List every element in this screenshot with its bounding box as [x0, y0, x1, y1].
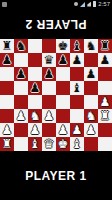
square-g7[interactable] [84, 53, 98, 67]
square-b8[interactable]: ♞ [14, 39, 28, 53]
piece-black-knight: ♞ [16, 39, 27, 53]
square-e4[interactable] [56, 95, 70, 109]
square-c8[interactable] [28, 39, 42, 53]
square-b7[interactable] [14, 53, 28, 67]
square-b4[interactable] [14, 95, 28, 109]
alarm-icon [74, 2, 78, 6]
square-f6[interactable] [70, 67, 84, 81]
square-c2[interactable]: ♟ [28, 123, 42, 137]
square-h5[interactable] [98, 81, 112, 95]
piece-white-rook: ♜ [2, 137, 13, 151]
piece-black-rook: ♜ [2, 39, 13, 53]
square-e1[interactable]: ♚ [56, 137, 70, 151]
square-c7[interactable] [28, 53, 42, 67]
square-h1[interactable] [98, 137, 112, 151]
chess-board: ♜♞♚♝♞♜♟♛♟♟♟♟♟♟♟♝♟♟♞♟♞♜♟♟♟♟♟♜♝♛♚♝ [0, 39, 112, 151]
square-b6[interactable]: ♟ [14, 67, 28, 81]
square-h4[interactable]: ♟ [98, 95, 112, 109]
piece-white-pawn: ♟ [86, 123, 97, 137]
square-f1[interactable]: ♝ [70, 137, 84, 151]
battery-icon [93, 1, 96, 7]
square-b1[interactable] [14, 137, 28, 151]
square-f3[interactable] [70, 109, 84, 123]
square-h3[interactable]: ♜ [98, 109, 112, 123]
piece-white-knight: ♞ [86, 109, 97, 123]
square-a3[interactable] [0, 109, 14, 123]
piece-black-pawn: ♟ [58, 53, 69, 67]
square-f7[interactable]: ♟ [70, 53, 84, 67]
square-d6[interactable]: ♟ [42, 67, 56, 81]
piece-white-rook: ♜ [100, 109, 111, 123]
piece-black-king: ♚ [58, 39, 69, 53]
piece-black-pawn: ♟ [2, 53, 13, 67]
square-d2[interactable] [42, 123, 56, 137]
piece-white-pawn: ♟ [2, 123, 13, 137]
piece-white-pawn: ♟ [30, 123, 41, 137]
square-c6[interactable] [28, 67, 42, 81]
piece-white-knight: ♞ [30, 109, 41, 123]
piece-white-pawn: ♟ [58, 123, 69, 137]
square-e3[interactable] [56, 109, 70, 123]
network-bars-icon [87, 2, 91, 7]
square-a5[interactable] [0, 81, 14, 95]
square-b5[interactable] [14, 81, 28, 95]
square-b3[interactable]: ♟ [14, 109, 28, 123]
signal-icon [80, 2, 85, 7]
piece-black-pawn: ♟ [100, 53, 111, 67]
square-d8[interactable] [42, 39, 56, 53]
piece-black-knight: ♞ [86, 39, 97, 53]
status-bar: 2:57 [0, 0, 112, 8]
player2-bar[interactable]: PLAYER 2 [0, 8, 112, 39]
piece-white-pawn: ♟ [100, 95, 111, 109]
square-f4[interactable] [70, 95, 84, 109]
piece-black-queen: ♛ [44, 53, 55, 67]
piece-white-king: ♚ [58, 137, 69, 151]
square-a4[interactable] [0, 95, 14, 109]
square-f8[interactable]: ♝ [70, 39, 84, 53]
piece-black-pawn: ♟ [44, 67, 55, 81]
square-c1[interactable]: ♝ [28, 137, 42, 151]
square-g2[interactable]: ♟ [84, 123, 98, 137]
square-g1[interactable] [84, 137, 98, 151]
piece-black-pawn: ♟ [72, 53, 83, 67]
square-d3[interactable]: ♟ [42, 109, 56, 123]
square-g6[interactable]: ♟ [84, 67, 98, 81]
square-d7[interactable]: ♛ [42, 53, 56, 67]
square-d1[interactable]: ♛ [42, 137, 56, 151]
square-h2[interactable] [98, 123, 112, 137]
square-h6[interactable] [98, 67, 112, 81]
square-e2[interactable]: ♟ [56, 123, 70, 137]
notification-icon [2, 2, 7, 7]
square-g4[interactable] [84, 95, 98, 109]
square-d5[interactable] [42, 81, 56, 95]
square-c5[interactable]: ♟ [28, 81, 42, 95]
piece-black-bishop: ♝ [72, 81, 83, 95]
piece-black-rook: ♜ [100, 39, 111, 53]
square-a1[interactable]: ♜ [0, 137, 14, 151]
square-h7[interactable]: ♟ [98, 53, 112, 67]
square-e7[interactable]: ♟ [56, 53, 70, 67]
square-f2[interactable]: ♟ [70, 123, 84, 137]
piece-white-pawn: ♟ [44, 109, 55, 123]
piece-white-pawn: ♟ [72, 123, 83, 137]
square-a8[interactable]: ♜ [0, 39, 14, 53]
square-e6[interactable] [56, 67, 70, 81]
player2-label: PLAYER 2 [25, 17, 87, 31]
square-a6[interactable] [0, 67, 14, 81]
app-screen: 2:57 PLAYER 2 ♜♞♚♝♞♜♟♛♟♟♟♟♟♟♟♝♟♟♞♟♞♜♟♟♟♟… [0, 0, 112, 200]
square-c3[interactable]: ♞ [28, 109, 42, 123]
player1-label: PLAYER 1 [25, 169, 87, 183]
piece-white-bishop: ♝ [72, 137, 83, 151]
square-b2[interactable] [14, 123, 28, 137]
square-g5[interactable] [84, 81, 98, 95]
piece-black-bishop: ♝ [72, 39, 83, 53]
square-e5[interactable] [56, 81, 70, 95]
square-g8[interactable]: ♞ [84, 39, 98, 53]
piece-black-pawn: ♟ [16, 67, 27, 81]
square-a7[interactable]: ♟ [0, 53, 14, 67]
piece-white-bishop: ♝ [30, 137, 41, 151]
piece-white-pawn: ♟ [16, 109, 27, 123]
square-f5[interactable]: ♝ [70, 81, 84, 95]
square-d4[interactable] [42, 95, 56, 109]
piece-white-queen: ♛ [44, 137, 55, 151]
piece-black-pawn: ♟ [30, 81, 41, 95]
piece-black-pawn: ♟ [86, 67, 97, 81]
player1-bar[interactable]: PLAYER 1 [0, 151, 112, 200]
square-a2[interactable]: ♟ [0, 123, 14, 137]
status-time: 2:57 [98, 0, 110, 8]
square-e8[interactable]: ♚ [56, 39, 70, 53]
square-h8[interactable]: ♜ [98, 39, 112, 53]
square-g3[interactable]: ♞ [84, 109, 98, 123]
square-c4[interactable] [28, 95, 42, 109]
